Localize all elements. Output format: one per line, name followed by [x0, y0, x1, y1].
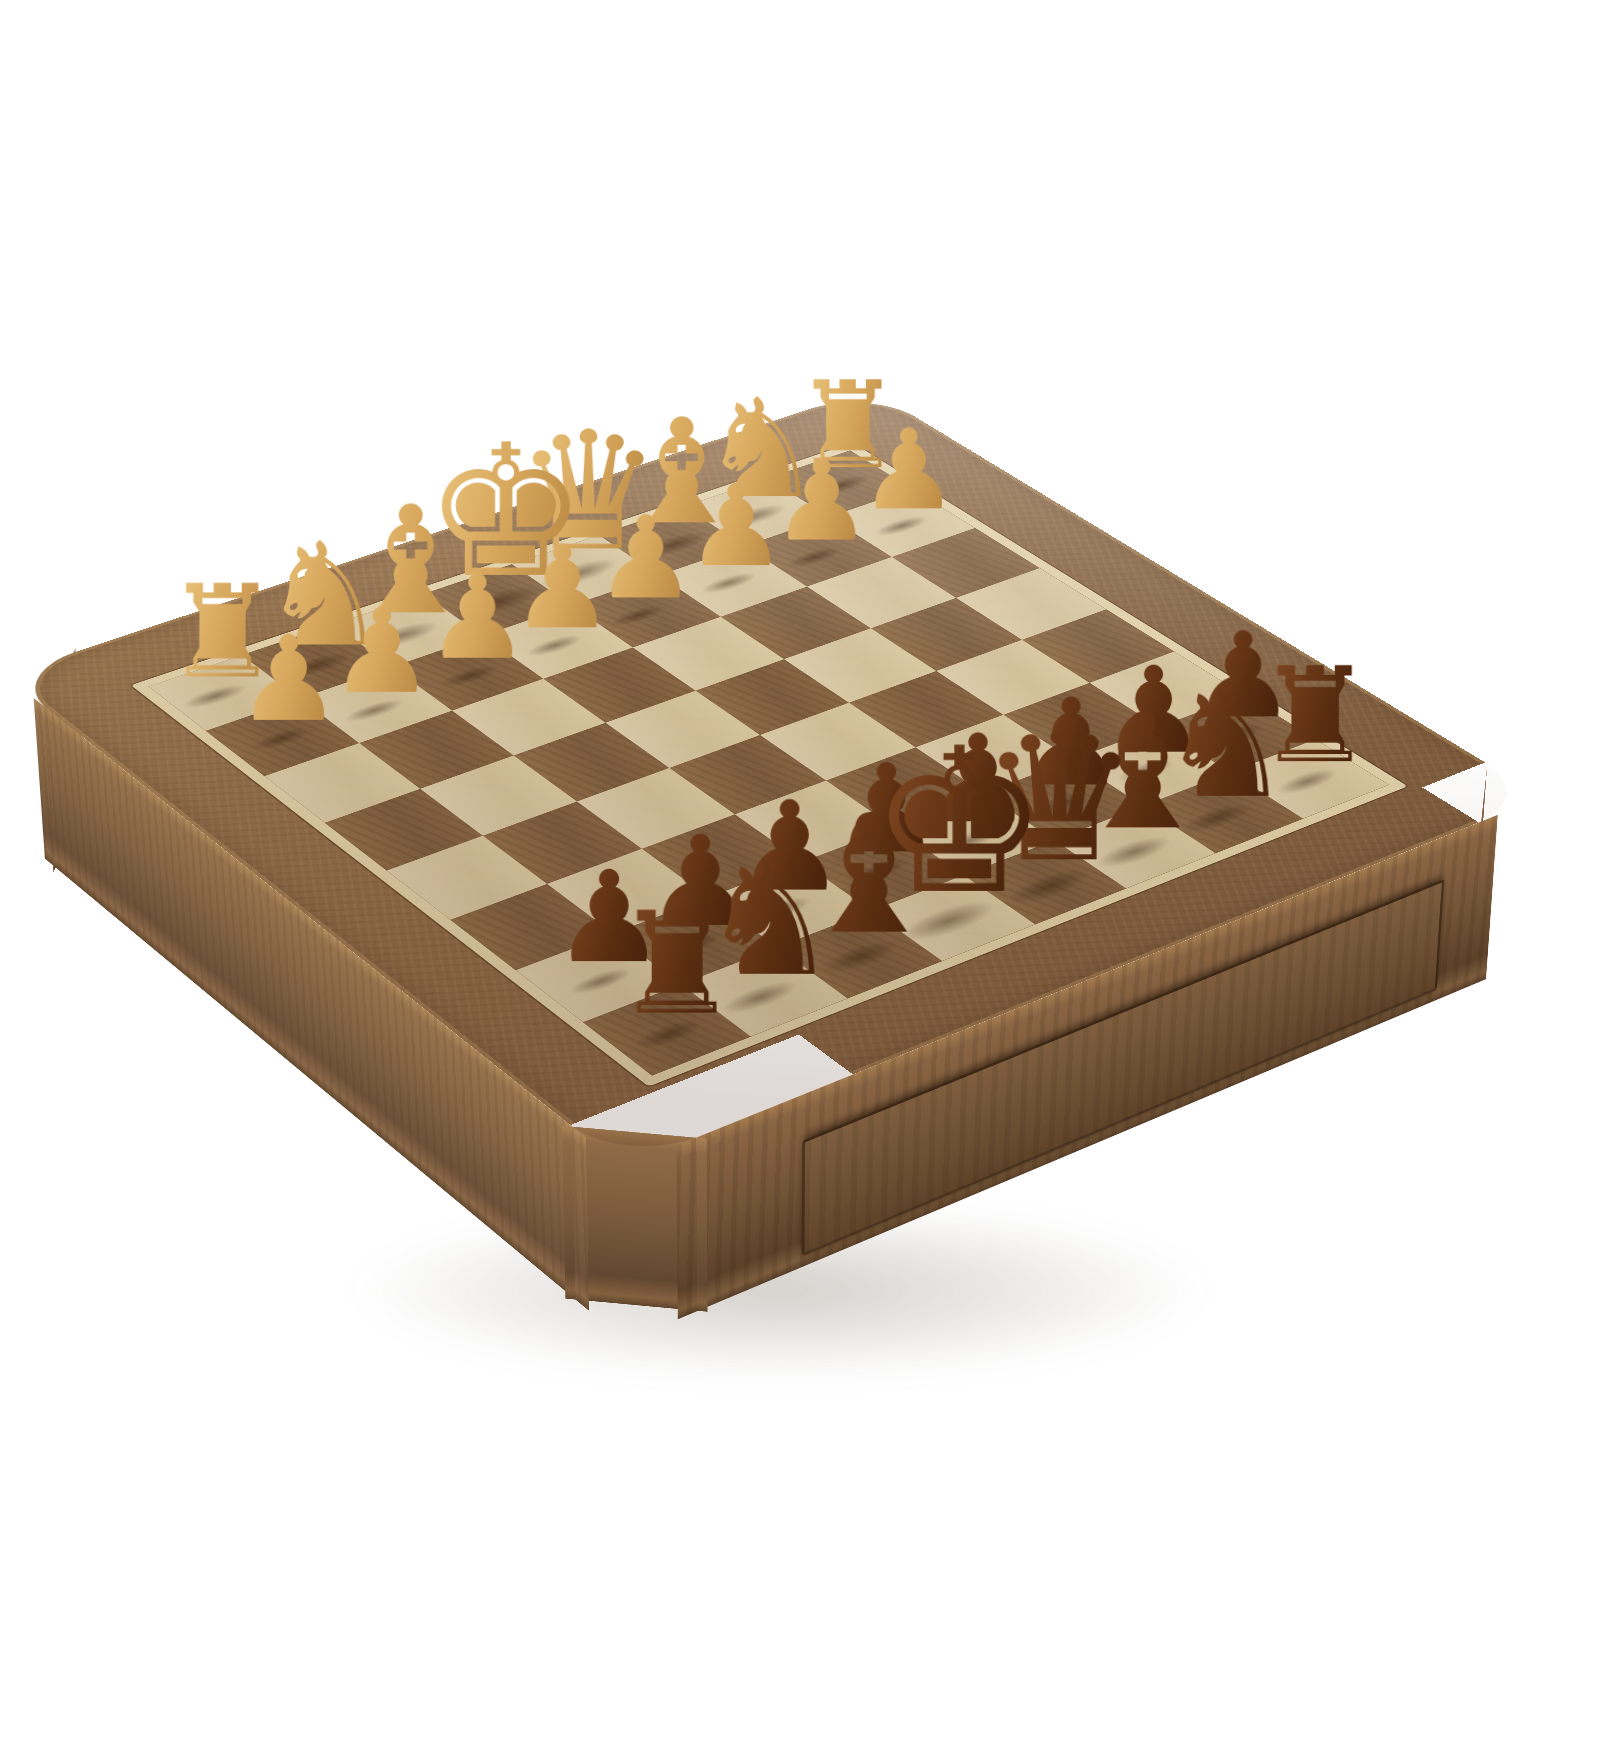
piece-white-pawn[interactable]: ♟ [215, 620, 363, 738]
chess-box: ♜♞♝♚♛♝♞♜♟♟♟♟♟♟♟♟♟♟♟♟♟♟♟♟♜♞♝♚♛♝♞♜ [5, 389, 1542, 1167]
chess-set-photo: ♜♞♝♚♛♝♞♜♟♟♟♟♟♟♟♟♟♟♟♟♟♟♟♟♜♞♝♚♛♝♞♜ [0, 0, 1600, 1755]
piece-black-rook[interactable]: ♜ [589, 893, 766, 1034]
